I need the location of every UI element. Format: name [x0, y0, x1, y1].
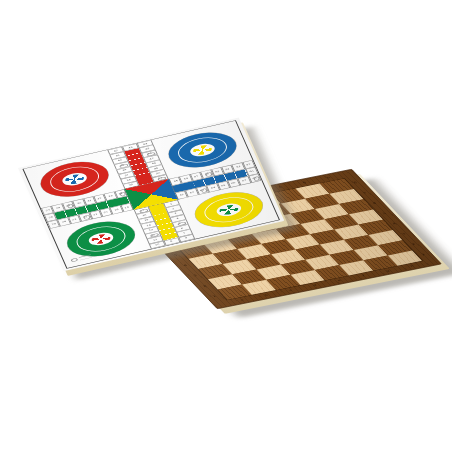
rank-label-4: 4 — [179, 262, 192, 270]
cell-number: 48 — [151, 162, 156, 165]
cell-number: 55 — [215, 170, 220, 173]
cell-number: 52 — [246, 163, 251, 166]
cell-number: 65 — [221, 184, 226, 187]
cell-number: 35 — [128, 184, 133, 187]
cell-number: 37 — [124, 174, 129, 177]
cell-number: 50 — [156, 172, 161, 175]
rank-label-2: 2 — [407, 240, 420, 248]
cell-number: 67 — [242, 179, 247, 182]
rank-label-5: 5 — [378, 210, 391, 218]
cell-number: 8 — [185, 237, 188, 239]
rank-label-8: 8 — [349, 179, 362, 187]
cell-number: 30 — [77, 202, 82, 205]
cell-number: 47 — [149, 157, 154, 160]
cell-number: 57 — [194, 175, 199, 178]
cell-number: 45 — [145, 148, 150, 151]
cell-number: 23 — [72, 218, 77, 221]
file-label-g: g — [379, 268, 397, 274]
cell-number: 41 — [115, 154, 120, 157]
product-photo-scene: abcdefgh abcdefgh 87654321 87654321 — [0, 0, 452, 452]
rank-label-4: 4 — [388, 220, 401, 228]
rank-label-3: 3 — [189, 272, 202, 280]
cell-number: 49 — [154, 167, 159, 170]
maker-logo-text — [78, 255, 91, 261]
file-label-b: b — [258, 292, 276, 298]
cell-number: 42 — [113, 150, 118, 153]
cell-number: 44 — [143, 143, 148, 146]
cell-number: 6 — [181, 227, 184, 229]
safe-cell-circle — [253, 176, 261, 181]
cell-number: 62 — [190, 191, 195, 194]
cell-number: 3 — [174, 213, 177, 215]
cell-number: 7 — [183, 232, 186, 234]
cell-number: 31 — [87, 200, 92, 203]
cell-number: 28 — [56, 207, 61, 210]
cell-number: 16 — [142, 214, 147, 217]
cell-number: 1 — [170, 203, 173, 205]
file-label-c: c — [282, 287, 300, 293]
cell-number: 27 — [45, 209, 50, 212]
cell-number: 38 — [122, 169, 127, 172]
rank-label-1: 1 — [417, 251, 430, 259]
cell-number: 40 — [118, 159, 123, 162]
cell-number: 54 — [225, 168, 230, 171]
cell-number: 32 — [97, 197, 102, 200]
cell-number: 9 — [171, 240, 174, 242]
cell-number: 61 — [179, 194, 184, 197]
cell-number: 21 — [93, 213, 98, 216]
cell-number: 24 — [62, 221, 67, 224]
file-label-e: e — [330, 278, 348, 284]
file-label-a: a — [233, 297, 251, 303]
rank-label-2: 2 — [198, 282, 211, 290]
cell-number: 26 — [48, 216, 53, 219]
cell-number: 13 — [148, 229, 153, 232]
file-label-f: f — [355, 273, 373, 279]
rank-label-6: 6 — [368, 199, 381, 207]
cell-number: 14 — [146, 224, 151, 227]
cell-number: 66 — [231, 182, 236, 185]
rank-label-7: 7 — [359, 189, 372, 197]
cell-number: 2 — [172, 208, 175, 210]
cell-number: 64 — [210, 187, 215, 190]
cell-number: 18 — [124, 206, 129, 209]
cell-number: 4 — [177, 217, 180, 219]
file-label-h: h — [403, 263, 421, 269]
cell-number: 59 — [173, 180, 178, 183]
cell-number: 11 — [153, 239, 158, 242]
cell-number: 60 — [249, 170, 254, 173]
cell-number: 33 — [108, 195, 113, 198]
cell-number: 43 — [128, 146, 133, 149]
cell-number: 15 — [144, 219, 149, 222]
cell-number: 53 — [236, 166, 241, 169]
maker-logo-badge — [70, 258, 78, 262]
cell-number: 36 — [126, 179, 131, 182]
rank-label-1: 1 — [208, 292, 221, 300]
cell-number: 10 — [155, 244, 160, 247]
cell-number: 25 — [51, 223, 56, 226]
cell-number: 58 — [183, 178, 188, 181]
cell-number: 19 — [114, 209, 119, 212]
rank-label-3: 3 — [397, 230, 410, 238]
file-label-d: d — [306, 282, 324, 288]
cell-number: 20 — [104, 211, 109, 214]
